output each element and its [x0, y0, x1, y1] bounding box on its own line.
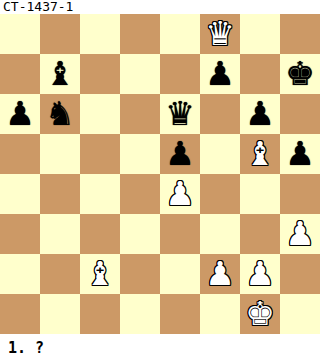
square-a7[interactable] — [0, 54, 40, 94]
square-d7[interactable] — [120, 54, 160, 94]
square-c1[interactable] — [80, 294, 120, 334]
square-d3[interactable] — [120, 214, 160, 254]
square-d4[interactable] — [120, 174, 160, 214]
square-g7[interactable] — [240, 54, 280, 94]
black-pawn-a6: ♟ — [5, 94, 35, 134]
square-e3[interactable] — [160, 214, 200, 254]
square-c7[interactable] — [80, 54, 120, 94]
square-f2[interactable]: ♟ — [200, 254, 240, 294]
black-pawn-h5: ♟ — [285, 134, 315, 174]
square-c2[interactable]: ♝ — [80, 254, 120, 294]
square-a6[interactable]: ♟ — [0, 94, 40, 134]
puzzle-title: CT-1437-1 — [0, 0, 320, 14]
square-b4[interactable] — [40, 174, 80, 214]
square-h5[interactable]: ♟ — [280, 134, 320, 174]
square-b3[interactable] — [40, 214, 80, 254]
square-h8[interactable] — [280, 14, 320, 54]
square-f3[interactable] — [200, 214, 240, 254]
square-d5[interactable] — [120, 134, 160, 174]
square-d1[interactable] — [120, 294, 160, 334]
square-e4[interactable]: ♟ — [160, 174, 200, 214]
square-e8[interactable] — [160, 14, 200, 54]
square-g8[interactable] — [240, 14, 280, 54]
square-c8[interactable] — [80, 14, 120, 54]
square-a4[interactable] — [0, 174, 40, 214]
square-h7[interactable]: ♚ — [280, 54, 320, 94]
white-king-g1: ♚ — [245, 294, 275, 334]
square-a1[interactable] — [0, 294, 40, 334]
square-a3[interactable] — [0, 214, 40, 254]
square-a5[interactable] — [0, 134, 40, 174]
black-pawn-f7: ♟ — [205, 54, 235, 94]
square-c5[interactable] — [80, 134, 120, 174]
square-e7[interactable] — [160, 54, 200, 94]
square-g2[interactable]: ♟ — [240, 254, 280, 294]
square-a2[interactable] — [0, 254, 40, 294]
square-d8[interactable] — [120, 14, 160, 54]
square-f7[interactable]: ♟ — [200, 54, 240, 94]
square-d6[interactable] — [120, 94, 160, 134]
white-bishop-c2: ♝ — [85, 254, 115, 294]
square-d2[interactable] — [120, 254, 160, 294]
square-e5[interactable]: ♟ — [160, 134, 200, 174]
white-bishop-g5: ♝ — [245, 134, 275, 174]
square-f1[interactable] — [200, 294, 240, 334]
square-g3[interactable] — [240, 214, 280, 254]
square-b7[interactable]: ♝ — [40, 54, 80, 94]
square-b6[interactable]: ♞ — [40, 94, 80, 134]
square-b2[interactable] — [40, 254, 80, 294]
square-g1[interactable]: ♚ — [240, 294, 280, 334]
square-f4[interactable] — [200, 174, 240, 214]
black-pawn-e5: ♟ — [165, 134, 195, 174]
white-pawn-f2: ♟ — [205, 254, 235, 294]
square-b8[interactable] — [40, 14, 80, 54]
square-h3[interactable]: ♟ — [280, 214, 320, 254]
square-h1[interactable] — [280, 294, 320, 334]
black-knight-b6: ♞ — [45, 94, 75, 134]
square-g4[interactable] — [240, 174, 280, 214]
square-b1[interactable] — [40, 294, 80, 334]
square-g5[interactable]: ♝ — [240, 134, 280, 174]
square-a8[interactable] — [0, 14, 40, 54]
square-e2[interactable] — [160, 254, 200, 294]
square-h6[interactable] — [280, 94, 320, 134]
white-pawn-g2: ♟ — [245, 254, 275, 294]
square-h2[interactable] — [280, 254, 320, 294]
chess-board: ♛♝♟♚♟♞♛♟♟♝♟♟♟♝♟♟♚ — [0, 14, 320, 334]
square-g6[interactable]: ♟ — [240, 94, 280, 134]
square-f8[interactable]: ♛ — [200, 14, 240, 54]
white-queen-f8: ♛ — [205, 14, 235, 54]
black-bishop-b7: ♝ — [45, 54, 75, 94]
square-e6[interactable]: ♛ — [160, 94, 200, 134]
square-c6[interactable] — [80, 94, 120, 134]
white-pawn-h3: ♟ — [285, 214, 315, 254]
square-c4[interactable] — [80, 174, 120, 214]
square-f6[interactable] — [200, 94, 240, 134]
black-pawn-g6: ♟ — [245, 94, 275, 134]
square-b5[interactable] — [40, 134, 80, 174]
black-king-h7: ♚ — [285, 54, 315, 94]
square-f5[interactable] — [200, 134, 240, 174]
square-c3[interactable] — [80, 214, 120, 254]
black-queen-e6: ♛ — [165, 94, 195, 134]
square-e1[interactable] — [160, 294, 200, 334]
square-h4[interactable] — [280, 174, 320, 214]
move-prompt: 1. ? — [0, 339, 320, 357]
white-pawn-e4: ♟ — [165, 174, 195, 214]
